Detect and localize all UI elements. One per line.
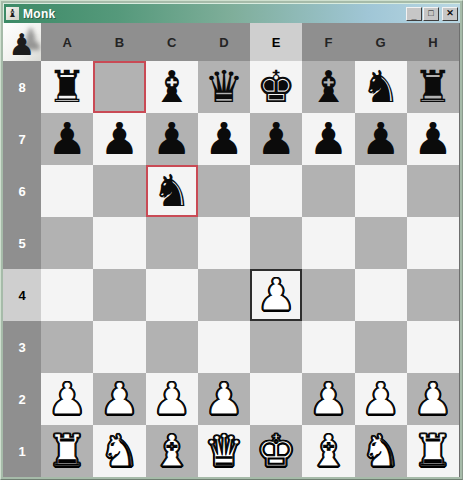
rank-label-3: 3	[3, 321, 41, 373]
file-label-a: A	[41, 23, 93, 61]
square-f6[interactable]	[302, 165, 354, 217]
square-g5[interactable]	[355, 217, 407, 269]
square-h5[interactable]	[407, 217, 459, 269]
square-e2[interactable]	[250, 373, 302, 425]
square-e5[interactable]	[250, 217, 302, 269]
square-d2[interactable]: ♟	[198, 373, 250, 425]
white-knight-g1[interactable]: ♞	[361, 427, 400, 475]
white-pawn-a2[interactable]: ♟	[47, 375, 86, 423]
square-e8[interactable]: ♚	[250, 61, 302, 113]
white-pawn-g2[interactable]: ♟	[361, 375, 400, 423]
square-f4[interactable]	[302, 269, 354, 321]
square-d4[interactable]	[198, 269, 250, 321]
square-b8[interactable]	[93, 61, 145, 113]
square-e3[interactable]	[250, 321, 302, 373]
square-c8[interactable]: ♝	[146, 61, 198, 113]
square-h8[interactable]: ♜	[407, 61, 459, 113]
square-g8[interactable]: ♞	[355, 61, 407, 113]
black-pawn-b7[interactable]: ♟	[100, 115, 139, 163]
square-a6[interactable]	[41, 165, 93, 217]
rank-label-4: 4	[3, 269, 41, 321]
file-label-f: F	[302, 23, 354, 61]
square-e6[interactable]	[250, 165, 302, 217]
window-title: Monk	[23, 7, 405, 21]
black-pawn-a7[interactable]: ♟	[47, 115, 86, 163]
square-g4[interactable]	[355, 269, 407, 321]
square-f2[interactable]: ♟	[302, 373, 354, 425]
square-g2[interactable]: ♟	[355, 373, 407, 425]
square-h1[interactable]: ♜	[407, 425, 459, 477]
black-rook-h8[interactable]: ♜	[413, 63, 452, 111]
square-a7[interactable]: ♟	[41, 113, 93, 165]
black-pawn-e7[interactable]: ♟	[256, 115, 295, 163]
black-rook-a8[interactable]: ♜	[47, 63, 86, 111]
square-b2[interactable]: ♟	[93, 373, 145, 425]
black-bishop-f8[interactable]: ♝	[309, 63, 348, 111]
square-c6[interactable]: ♞	[146, 165, 198, 217]
file-label-d: D	[198, 23, 250, 61]
square-c1[interactable]: ♝	[146, 425, 198, 477]
rank-label-2: 2	[3, 373, 41, 425]
white-pawn-c2[interactable]: ♟	[152, 375, 191, 423]
square-g1[interactable]: ♞	[355, 425, 407, 477]
white-bishop-c1[interactable]: ♝	[152, 427, 191, 475]
white-pawn-h2[interactable]: ♟	[413, 375, 452, 423]
black-queen-d8[interactable]: ♛	[204, 63, 243, 111]
square-a1[interactable]: ♜	[41, 425, 93, 477]
board-corner-pawn-photo-icon: ♟	[3, 23, 41, 61]
rank-label-1: 1	[3, 425, 41, 477]
square-a4[interactable]	[41, 269, 93, 321]
square-h2[interactable]: ♟	[407, 373, 459, 425]
close-button[interactable]: ✕	[442, 7, 458, 21]
square-e1[interactable]: ♚	[250, 425, 302, 477]
title-bar[interactable]: ♝ Monk _ □ ✕	[3, 3, 460, 23]
square-c5[interactable]	[146, 217, 198, 269]
rank-label-6: 6	[3, 165, 41, 217]
square-a3[interactable]	[41, 321, 93, 373]
black-king-e8[interactable]: ♚	[256, 63, 295, 111]
square-d5[interactable]	[198, 217, 250, 269]
square-b1[interactable]: ♞	[93, 425, 145, 477]
square-g3[interactable]	[355, 321, 407, 373]
file-label-h: H	[407, 23, 459, 61]
app-window: ♝ Monk _ □ ✕ ♟ABCDEFGH8♜♝♛♚♝♞♜7♟♟♟♟♟♟♟♟6…	[0, 0, 463, 480]
white-king-e1[interactable]: ♚	[256, 427, 295, 475]
black-pawn-f7[interactable]: ♟	[309, 115, 348, 163]
square-h6[interactable]	[407, 165, 459, 217]
square-c2[interactable]: ♟	[146, 373, 198, 425]
black-knight-g8[interactable]: ♞	[361, 63, 400, 111]
file-label-b: B	[93, 23, 145, 61]
white-knight-b1[interactable]: ♞	[100, 427, 139, 475]
square-b6[interactable]	[93, 165, 145, 217]
square-b4[interactable]	[93, 269, 145, 321]
square-c7[interactable]: ♟	[146, 113, 198, 165]
square-h3[interactable]	[407, 321, 459, 373]
square-b3[interactable]	[93, 321, 145, 373]
white-rook-h1[interactable]: ♜	[413, 427, 452, 475]
file-label-c: C	[146, 23, 198, 61]
white-queen-d1[interactable]: ♛	[204, 427, 243, 475]
white-pawn-f2[interactable]: ♟	[309, 375, 348, 423]
square-f1[interactable]: ♝	[302, 425, 354, 477]
square-g7[interactable]: ♟	[355, 113, 407, 165]
square-d7[interactable]: ♟	[198, 113, 250, 165]
black-pawn-g7[interactable]: ♟	[361, 115, 400, 163]
square-b7[interactable]: ♟	[93, 113, 145, 165]
rank-label-5: 5	[3, 217, 41, 269]
white-bishop-f1[interactable]: ♝	[309, 427, 348, 475]
square-d6[interactable]	[198, 165, 250, 217]
square-b5[interactable]	[93, 217, 145, 269]
file-label-g: G	[355, 23, 407, 61]
black-pawn-c7[interactable]: ♟	[152, 115, 191, 163]
square-d1[interactable]: ♛	[198, 425, 250, 477]
square-a5[interactable]	[41, 217, 93, 269]
white-pawn-e4[interactable]: ♟	[256, 271, 295, 319]
square-a2[interactable]: ♟	[41, 373, 93, 425]
file-label-e: E	[250, 23, 302, 61]
square-e7[interactable]: ♟	[250, 113, 302, 165]
square-a8[interactable]: ♜	[41, 61, 93, 113]
rank-label-8: 8	[3, 61, 41, 113]
square-h4[interactable]	[407, 269, 459, 321]
window-chess-piece-icon: ♝	[6, 7, 19, 20]
black-pawn-h7[interactable]: ♟	[413, 115, 452, 163]
black-knight-c6[interactable]: ♞	[152, 167, 191, 215]
minimize-button[interactable]: _	[406, 7, 422, 21]
maximize-button[interactable]: □	[423, 7, 439, 21]
square-f7[interactable]: ♟	[302, 113, 354, 165]
square-c3[interactable]	[146, 321, 198, 373]
square-h7[interactable]: ♟	[407, 113, 459, 165]
black-pawn-d7[interactable]: ♟	[204, 115, 243, 163]
black-bishop-c8[interactable]: ♝	[152, 63, 191, 111]
white-rook-a1[interactable]: ♜	[47, 427, 86, 475]
square-g6[interactable]	[355, 165, 407, 217]
square-f8[interactable]: ♝	[302, 61, 354, 113]
white-pawn-d2[interactable]: ♟	[204, 375, 243, 423]
rank-label-7: 7	[3, 113, 41, 165]
square-c4[interactable]	[146, 269, 198, 321]
square-d8[interactable]: ♛	[198, 61, 250, 113]
square-d3[interactable]	[198, 321, 250, 373]
white-pawn-b2[interactable]: ♟	[100, 375, 139, 423]
square-f3[interactable]	[302, 321, 354, 373]
square-f5[interactable]	[302, 217, 354, 269]
chess-board: ♟ABCDEFGH8♜♝♛♚♝♞♜7♟♟♟♟♟♟♟♟6♞54♟32♟♟♟♟♟♟♟…	[3, 23, 460, 477]
square-e4[interactable]: ♟	[250, 269, 302, 321]
